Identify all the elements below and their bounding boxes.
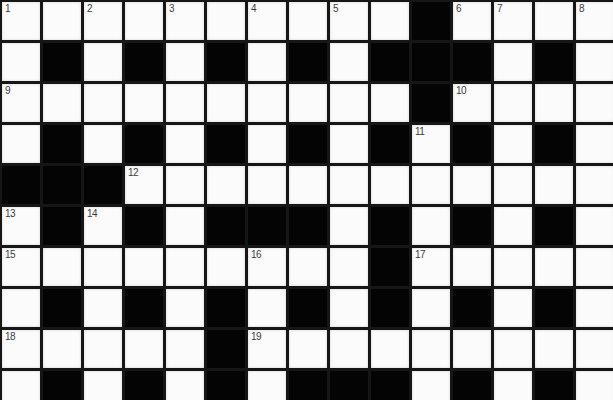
black-cell-r4c0 <box>2 166 40 204</box>
black-cell-r5c13 <box>535 207 573 245</box>
black-cell-r7c3 <box>125 289 163 327</box>
grid-cell-r6c10[interactable]: 17 <box>412 248 450 286</box>
grid-cell-r7c14[interactable] <box>576 289 613 327</box>
black-cell-r5c11 <box>453 207 491 245</box>
grid-cell-r0c11[interactable]: 6 <box>453 2 491 40</box>
black-cell-r1c13 <box>535 43 573 81</box>
grid-cell-r4c3[interactable]: 12 <box>125 166 163 204</box>
clue-number-14: 14 <box>87 208 97 219</box>
grid-cell-r2c9[interactable] <box>371 84 409 122</box>
clue-number-9: 9 <box>5 85 10 96</box>
black-cell-r5c3 <box>125 207 163 245</box>
clue-number-11: 11 <box>415 126 424 137</box>
black-cell-r7c11 <box>453 289 491 327</box>
clue-number-17: 17 <box>415 249 425 260</box>
grid-cell-r2c4[interactable] <box>166 84 204 122</box>
grid-cell-r4c8[interactable] <box>330 166 368 204</box>
black-cell-r9c13 <box>535 371 573 400</box>
grid-cell-r2c5[interactable] <box>207 84 245 122</box>
grid-cell-r4c5[interactable] <box>207 166 245 204</box>
clue-number-13: 13 <box>5 208 15 219</box>
grid-cell-r4c14[interactable] <box>576 166 613 204</box>
grid-cell-r5c12[interactable] <box>494 207 532 245</box>
grid-cell-r2c8[interactable] <box>330 84 368 122</box>
black-cell-r1c11 <box>453 43 491 81</box>
black-cell-r3c7 <box>289 125 327 163</box>
grid-cell-r8c6[interactable]: 19 <box>248 330 286 368</box>
black-cell-r3c3 <box>125 125 163 163</box>
clue-number-6: 6 <box>456 3 461 14</box>
black-cell-r5c1 <box>43 207 81 245</box>
grid-cell-r8c7[interactable] <box>289 330 327 368</box>
grid-cell-r1c4[interactable] <box>166 43 204 81</box>
grid-cell-r6c5[interactable] <box>207 248 245 286</box>
grid-cell-r9c4[interactable] <box>166 371 204 400</box>
clue-number-10: 10 <box>456 85 466 96</box>
grid-cell-r3c4[interactable] <box>166 125 204 163</box>
black-cell-r9c9 <box>371 371 409 400</box>
clue-number-12: 12 <box>128 167 138 178</box>
grid-cell-r6c3[interactable] <box>125 248 163 286</box>
grid-cell-r8c8[interactable] <box>330 330 368 368</box>
black-cell-r3c5 <box>207 125 245 163</box>
black-cell-r1c5 <box>207 43 245 81</box>
grid-cell-r8c1[interactable] <box>43 330 81 368</box>
grid-cell-r2c7[interactable] <box>289 84 327 122</box>
clue-number-1: 1 <box>5 3 10 14</box>
grid-cell-r1c6[interactable] <box>248 43 286 81</box>
grid-cell-r6c13[interactable] <box>535 248 573 286</box>
grid-cell-r6c0[interactable]: 15 <box>2 248 40 286</box>
grid-cell-r5c8[interactable] <box>330 207 368 245</box>
grid-cell-r1c12[interactable] <box>494 43 532 81</box>
grid-cell-r3c2[interactable] <box>84 125 122 163</box>
clue-number-5: 5 <box>333 3 338 14</box>
grid-cell-r2c14[interactable] <box>576 84 613 122</box>
grid-cell-r0c7[interactable] <box>289 2 327 40</box>
clue-number-2: 2 <box>87 3 92 14</box>
grid-cell-r8c4[interactable] <box>166 330 204 368</box>
grid-cell-r0c14[interactable]: 8 <box>576 2 613 40</box>
grid-cell-r8c13[interactable] <box>535 330 573 368</box>
grid-cell-r4c12[interactable] <box>494 166 532 204</box>
clue-number-4: 4 <box>251 3 256 14</box>
black-cell-r7c13 <box>535 289 573 327</box>
grid-cell-r6c4[interactable] <box>166 248 204 286</box>
grid-cell-r6c11[interactable] <box>453 248 491 286</box>
grid-cell-r0c2[interactable]: 2 <box>84 2 122 40</box>
grid-cell-r0c4[interactable]: 3 <box>166 2 204 40</box>
grid-cell-r7c8[interactable] <box>330 289 368 327</box>
grid-cell-r6c14[interactable] <box>576 248 613 286</box>
black-cell-r4c2 <box>84 166 122 204</box>
black-cell-r7c7 <box>289 289 327 327</box>
black-cell-r9c8 <box>330 371 368 400</box>
grid-cell-r5c0[interactable]: 13 <box>2 207 40 245</box>
black-cell-r3c9 <box>371 125 409 163</box>
grid-cell-r4c9[interactable] <box>371 166 409 204</box>
grid-cell-r8c10[interactable] <box>412 330 450 368</box>
grid-cell-r6c2[interactable] <box>84 248 122 286</box>
black-cell-r1c7 <box>289 43 327 81</box>
black-cell-r6c9 <box>371 248 409 286</box>
grid-cell-r9c10[interactable] <box>412 371 450 400</box>
crossword-board: 12345678910111213141516171819 <box>0 0 613 400</box>
black-cell-r9c3 <box>125 371 163 400</box>
grid-cell-r7c4[interactable] <box>166 289 204 327</box>
black-cell-r5c5 <box>207 207 245 245</box>
grid-cell-r0c8[interactable]: 5 <box>330 2 368 40</box>
grid-cell-r3c12[interactable] <box>494 125 532 163</box>
grid-cell-r8c14[interactable] <box>576 330 613 368</box>
black-cell-r1c9 <box>371 43 409 81</box>
grid-cell-r2c6[interactable] <box>248 84 286 122</box>
grid-cell-r2c13[interactable] <box>535 84 573 122</box>
grid-cell-r2c12[interactable] <box>494 84 532 122</box>
clue-number-8: 8 <box>579 3 584 14</box>
grid-cell-r4c6[interactable] <box>248 166 286 204</box>
black-cell-r1c3 <box>125 43 163 81</box>
black-cell-r2c10 <box>412 84 450 122</box>
grid-cell-r7c2[interactable] <box>84 289 122 327</box>
grid-cell-r0c12[interactable]: 7 <box>494 2 532 40</box>
black-cell-r9c1 <box>43 371 81 400</box>
clue-number-16: 16 <box>251 249 261 260</box>
grid-cell-r5c4[interactable] <box>166 207 204 245</box>
clue-number-15: 15 <box>5 249 15 260</box>
clue-number-3: 3 <box>169 3 174 14</box>
grid-cell-r9c2[interactable] <box>84 371 122 400</box>
black-cell-r3c13 <box>535 125 573 163</box>
black-cell-r1c10 <box>412 43 450 81</box>
black-cell-r5c9 <box>371 207 409 245</box>
black-cell-r0c10 <box>412 2 450 40</box>
black-cell-r7c9 <box>371 289 409 327</box>
grid-cell-r7c12[interactable] <box>494 289 532 327</box>
grid-cell-r6c6[interactable]: 16 <box>248 248 286 286</box>
grid-cell-r0c9[interactable] <box>371 2 409 40</box>
grid-cell-r9c12[interactable] <box>494 371 532 400</box>
grid-cell-r6c12[interactable] <box>494 248 532 286</box>
grid-cell-r5c10[interactable] <box>412 207 450 245</box>
black-cell-r9c7 <box>289 371 327 400</box>
grid-cell-r5c14[interactable] <box>576 207 613 245</box>
grid-cell-r3c14[interactable] <box>576 125 613 163</box>
black-cell-r7c5 <box>207 289 245 327</box>
grid-cell-r6c7[interactable] <box>289 248 327 286</box>
grid-cell-r7c6[interactable] <box>248 289 286 327</box>
grid-cell-r1c0[interactable] <box>2 43 40 81</box>
grid-cell-r9c0[interactable] <box>2 371 40 400</box>
clue-number-19: 19 <box>251 331 261 342</box>
grid-cell-r0c5[interactable] <box>207 2 245 40</box>
grid-cell-r8c2[interactable] <box>84 330 122 368</box>
clue-number-7: 7 <box>497 3 502 14</box>
grid-cell-r0c3[interactable] <box>125 2 163 40</box>
black-cell-r8c5 <box>207 330 245 368</box>
grid-cell-r4c4[interactable] <box>166 166 204 204</box>
grid-cell-r0c6[interactable]: 4 <box>248 2 286 40</box>
grid-cell-r3c0[interactable] <box>2 125 40 163</box>
grid-cell-r2c11[interactable]: 10 <box>453 84 491 122</box>
grid-cell-r4c13[interactable] <box>535 166 573 204</box>
grid-cell-r8c3[interactable] <box>125 330 163 368</box>
grid-cell-r2c2[interactable] <box>84 84 122 122</box>
grid-cell-r6c8[interactable] <box>330 248 368 286</box>
grid-cell-r4c7[interactable] <box>289 166 327 204</box>
grid-cell-r2c3[interactable] <box>125 84 163 122</box>
black-cell-r3c11 <box>453 125 491 163</box>
grid-cell-r0c1[interactable] <box>43 2 81 40</box>
grid-cell-r4c11[interactable] <box>453 166 491 204</box>
grid-cell-r2c1[interactable] <box>43 84 81 122</box>
grid-cell-r5c2[interactable]: 14 <box>84 207 122 245</box>
grid-cell-r3c6[interactable] <box>248 125 286 163</box>
grid-cell-r2c0[interactable]: 9 <box>2 84 40 122</box>
grid-cell-r8c9[interactable] <box>371 330 409 368</box>
grid-cell-r9c14[interactable] <box>576 371 613 400</box>
black-cell-r5c6 <box>248 207 286 245</box>
grid-cell-r3c8[interactable] <box>330 125 368 163</box>
black-cell-r4c1 <box>43 166 81 204</box>
grid-cell-r1c14[interactable] <box>576 43 613 81</box>
grid-cell-r4c10[interactable] <box>412 166 450 204</box>
grid-cell-r0c0[interactable]: 1 <box>2 2 40 40</box>
grid-cell-r8c11[interactable] <box>453 330 491 368</box>
grid-cell-r3c10[interactable]: 11 <box>412 125 450 163</box>
grid-cell-r9c6[interactable] <box>248 371 286 400</box>
grid-cell-r8c12[interactable] <box>494 330 532 368</box>
grid-cell-r1c8[interactable] <box>330 43 368 81</box>
black-cell-r1c1 <box>43 43 81 81</box>
grid-cell-r0c13[interactable] <box>535 2 573 40</box>
black-cell-r9c11 <box>453 371 491 400</box>
crossword-grid: 12345678910111213141516171819 <box>0 0 613 400</box>
grid-cell-r7c0[interactable] <box>2 289 40 327</box>
clue-number-18: 18 <box>5 331 15 342</box>
black-cell-r9c5 <box>207 371 245 400</box>
grid-cell-r1c2[interactable] <box>84 43 122 81</box>
black-cell-r5c7 <box>289 207 327 245</box>
grid-cell-r8c0[interactable]: 18 <box>2 330 40 368</box>
grid-cell-r7c10[interactable] <box>412 289 450 327</box>
grid-cell-r6c1[interactable] <box>43 248 81 286</box>
black-cell-r3c1 <box>43 125 81 163</box>
black-cell-r7c1 <box>43 289 81 327</box>
